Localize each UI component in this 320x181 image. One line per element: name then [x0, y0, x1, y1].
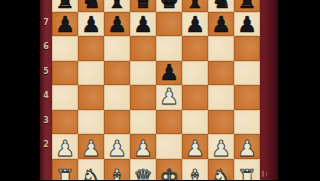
- piece-white-queen-d1[interactable]: ♛: [133, 167, 153, 180]
- piece-black-queen-d8[interactable]: ♛: [133, 0, 153, 12]
- square-a3[interactable]: [52, 110, 78, 135]
- square-d4[interactable]: [130, 85, 156, 110]
- piece-black-pawn-f7[interactable]: ♟: [185, 14, 205, 36]
- square-g2[interactable]: ♟: [208, 134, 234, 159]
- square-g8[interactable]: ♞: [208, 0, 234, 12]
- piece-black-pawn-g7[interactable]: ♟: [211, 14, 231, 36]
- piece-black-bishop-c8[interactable]: ♝: [107, 0, 127, 12]
- square-c7[interactable]: ♟: [104, 12, 130, 37]
- piece-white-king-e1[interactable]: ♚: [159, 167, 179, 180]
- square-h7[interactable]: ♟: [234, 12, 260, 37]
- piece-black-king-e8[interactable]: ♚: [159, 0, 179, 12]
- piece-black-rook-a8[interactable]: ♜: [55, 0, 75, 12]
- rank-coordinates: 765432: [40, 0, 52, 180]
- square-f3[interactable]: [182, 110, 208, 135]
- square-c8[interactable]: ♝: [104, 0, 130, 12]
- piece-white-pawn-d2[interactable]: ♟: [133, 138, 153, 160]
- rank-label-6: 6: [40, 42, 52, 52]
- rank-label-3: 3: [40, 116, 52, 126]
- square-g1[interactable]: ♞: [208, 159, 234, 181]
- piece-white-pawn-b2[interactable]: ♟: [81, 138, 101, 160]
- piece-white-rook-a1[interactable]: ♜: [55, 167, 75, 180]
- square-h2[interactable]: ♟: [234, 134, 260, 159]
- piece-white-pawn-c2[interactable]: ♟: [107, 138, 127, 160]
- square-a6[interactable]: [52, 36, 78, 61]
- piece-black-bishop-f8[interactable]: ♝: [185, 0, 205, 12]
- piece-white-pawn-h2[interactable]: ♟: [237, 138, 257, 160]
- piece-black-pawn-a7[interactable]: ♟: [55, 14, 75, 36]
- piece-white-pawn-a2[interactable]: ♟: [55, 138, 75, 160]
- square-a5[interactable]: [52, 61, 78, 86]
- square-a8[interactable]: ♜: [52, 0, 78, 12]
- square-b8[interactable]: ♞: [78, 0, 104, 12]
- square-g4[interactable]: [208, 85, 234, 110]
- square-h6[interactable]: [234, 36, 260, 61]
- square-e5[interactable]: ♟: [156, 61, 182, 86]
- square-a7[interactable]: ♟: [52, 12, 78, 37]
- piece-white-knight-b1[interactable]: ♞: [81, 167, 101, 180]
- square-b7[interactable]: ♟: [78, 12, 104, 37]
- watermark-smudge: [250, 170, 267, 177]
- rank-label-7: 7: [40, 18, 52, 28]
- square-b4[interactable]: [78, 85, 104, 110]
- square-h8[interactable]: ♜: [234, 0, 260, 12]
- square-a1[interactable]: ♜: [52, 159, 78, 181]
- square-a4[interactable]: [52, 85, 78, 110]
- square-e4[interactable]: ♟: [156, 85, 182, 110]
- square-b1[interactable]: ♞: [78, 159, 104, 181]
- piece-white-pawn-g2[interactable]: ♟: [211, 138, 231, 160]
- square-g3[interactable]: [208, 110, 234, 135]
- square-f8[interactable]: ♝: [182, 0, 208, 12]
- square-e2[interactable]: [156, 134, 182, 159]
- square-h3[interactable]: [234, 110, 260, 135]
- square-g7[interactable]: ♟: [208, 12, 234, 37]
- square-b2[interactable]: ♟: [78, 134, 104, 159]
- square-a2[interactable]: ♟: [52, 134, 78, 159]
- square-g5[interactable]: [208, 61, 234, 86]
- square-b3[interactable]: [78, 110, 104, 135]
- square-g6[interactable]: [208, 36, 234, 61]
- square-h5[interactable]: [234, 61, 260, 86]
- square-f6[interactable]: [182, 36, 208, 61]
- square-f4[interactable]: [182, 85, 208, 110]
- piece-white-pawn-f2[interactable]: ♟: [185, 138, 205, 160]
- square-c3[interactable]: [104, 110, 130, 135]
- rank-label-4: 4: [40, 91, 52, 101]
- square-f2[interactable]: ♟: [182, 134, 208, 159]
- square-d6[interactable]: [130, 36, 156, 61]
- piece-white-bishop-f1[interactable]: ♝: [185, 167, 205, 180]
- square-e3[interactable]: [156, 110, 182, 135]
- square-c5[interactable]: [104, 61, 130, 86]
- square-e7[interactable]: [156, 12, 182, 37]
- piece-black-pawn-c7[interactable]: ♟: [107, 14, 127, 36]
- chess-board[interactable]: ♜♞♝♛♚♝♞♜♟♟♟♟♟♟♟♟♟♟♟♟♟♟♟♟♜♞♝♛♚♝♞♜: [52, 0, 260, 180]
- piece-black-knight-b8[interactable]: ♞: [81, 0, 101, 12]
- square-f5[interactable]: [182, 61, 208, 86]
- piece-black-pawn-e5[interactable]: ♟: [159, 62, 179, 84]
- letterbox-right: [278, 0, 320, 180]
- piece-black-rook-h8[interactable]: ♜: [237, 0, 257, 12]
- square-b6[interactable]: [78, 36, 104, 61]
- square-f1[interactable]: ♝: [182, 159, 208, 181]
- piece-black-pawn-d7[interactable]: ♟: [133, 14, 153, 36]
- square-e8[interactable]: ♚: [156, 0, 182, 12]
- piece-white-pawn-e4[interactable]: ♟: [159, 86, 179, 108]
- square-c1[interactable]: ♝: [104, 159, 130, 181]
- letterbox-left: [0, 0, 40, 180]
- piece-black-pawn-h7[interactable]: ♟: [237, 14, 257, 36]
- rank-label-5: 5: [40, 67, 52, 77]
- square-c2[interactable]: ♟: [104, 134, 130, 159]
- square-d5[interactable]: [130, 61, 156, 86]
- square-d8[interactable]: ♛: [130, 0, 156, 12]
- square-e6[interactable]: [156, 36, 182, 61]
- piece-black-knight-g8[interactable]: ♞: [211, 0, 231, 12]
- piece-white-bishop-c1[interactable]: ♝: [107, 167, 127, 180]
- square-d3[interactable]: [130, 110, 156, 135]
- square-d7[interactable]: ♟: [130, 12, 156, 37]
- piece-black-pawn-b7[interactable]: ♟: [81, 14, 101, 36]
- square-d2[interactable]: ♟: [130, 134, 156, 159]
- rank-label-2: 2: [40, 140, 52, 150]
- square-h4[interactable]: [234, 85, 260, 110]
- square-b5[interactable]: [78, 61, 104, 86]
- video-frame: ♜♞♝♛♚♝♞♜♟♟♟♟♟♟♟♟♟♟♟♟♟♟♟♟♜♞♝♛♚♝♞♜ 765432: [0, 0, 320, 180]
- square-d1[interactable]: ♛: [130, 159, 156, 181]
- square-c6[interactable]: [104, 36, 130, 61]
- square-f7[interactable]: ♟: [182, 12, 208, 37]
- piece-white-knight-g1[interactable]: ♞: [211, 167, 231, 180]
- square-c4[interactable]: [104, 85, 130, 110]
- square-e1[interactable]: ♚: [156, 159, 182, 181]
